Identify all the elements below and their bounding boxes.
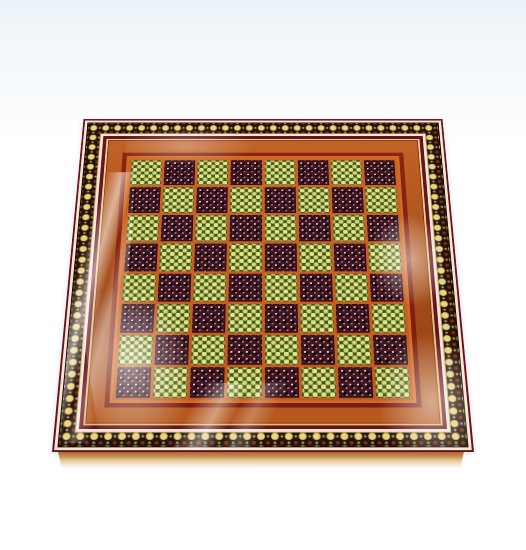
square-d5 <box>229 244 261 271</box>
square-e6 <box>264 215 296 241</box>
square-c8 <box>197 160 228 185</box>
square-b2 <box>155 335 190 365</box>
square-d8 <box>231 160 262 185</box>
square-a8 <box>130 160 162 185</box>
square-f2 <box>301 335 335 365</box>
square-h5 <box>368 244 402 271</box>
square-d6 <box>230 215 262 241</box>
square-h8 <box>364 160 396 185</box>
square-h4 <box>370 273 404 301</box>
square-e1 <box>264 367 298 398</box>
square-g5 <box>333 244 366 271</box>
square-e4 <box>264 273 297 301</box>
square-g4 <box>335 273 369 301</box>
square-d2 <box>228 335 262 365</box>
wood-frame <box>85 140 440 423</box>
square-b4 <box>158 273 192 301</box>
square-c1 <box>190 367 225 398</box>
gold-inlay-line <box>83 139 443 426</box>
square-d3 <box>228 304 261 333</box>
maroon-stripe <box>79 136 447 429</box>
square-f4 <box>299 273 332 301</box>
square-d4 <box>229 273 262 301</box>
square-d1 <box>227 367 261 398</box>
square-a5 <box>124 244 158 271</box>
square-g2 <box>337 335 372 365</box>
square-g6 <box>332 215 365 241</box>
square-e5 <box>264 244 296 271</box>
chessboard <box>52 119 474 452</box>
square-a1 <box>116 367 152 398</box>
square-h7 <box>365 187 398 213</box>
square-c6 <box>195 215 227 241</box>
square-f1 <box>301 367 336 398</box>
square-h2 <box>373 335 408 365</box>
square-b8 <box>164 160 196 185</box>
square-e3 <box>264 304 297 333</box>
square-c4 <box>193 273 226 301</box>
cream-inlay-strip <box>75 133 452 432</box>
square-e7 <box>264 187 295 213</box>
square-h6 <box>367 215 400 241</box>
square-f5 <box>299 244 332 271</box>
square-e8 <box>264 160 295 185</box>
square-h1 <box>374 367 410 398</box>
square-c3 <box>192 304 226 333</box>
square-g8 <box>331 160 363 185</box>
square-a2 <box>118 335 153 365</box>
square-d7 <box>230 187 261 213</box>
square-f6 <box>298 215 330 241</box>
square-b5 <box>159 244 192 271</box>
square-c2 <box>191 335 225 365</box>
board-outer-edge <box>52 119 474 452</box>
square-b3 <box>156 304 190 333</box>
khatam-border-band <box>57 123 468 448</box>
square-c5 <box>194 244 227 271</box>
square-b7 <box>162 187 194 213</box>
dark-red-ring <box>104 153 422 408</box>
square-a3 <box>120 304 155 333</box>
square-b6 <box>161 215 194 241</box>
square-e2 <box>264 335 298 365</box>
square-g3 <box>336 304 370 333</box>
square-a6 <box>126 215 159 241</box>
square-c7 <box>196 187 228 213</box>
square-f7 <box>298 187 330 213</box>
square-g1 <box>338 367 373 398</box>
square-a7 <box>128 187 161 213</box>
square-h3 <box>371 304 406 333</box>
square-a4 <box>122 273 156 301</box>
inner-orange-line <box>109 156 416 403</box>
square-b1 <box>153 367 188 398</box>
chessboard-grid <box>113 158 414 400</box>
square-f3 <box>300 304 334 333</box>
square-g7 <box>332 187 364 213</box>
square-f8 <box>297 160 328 185</box>
